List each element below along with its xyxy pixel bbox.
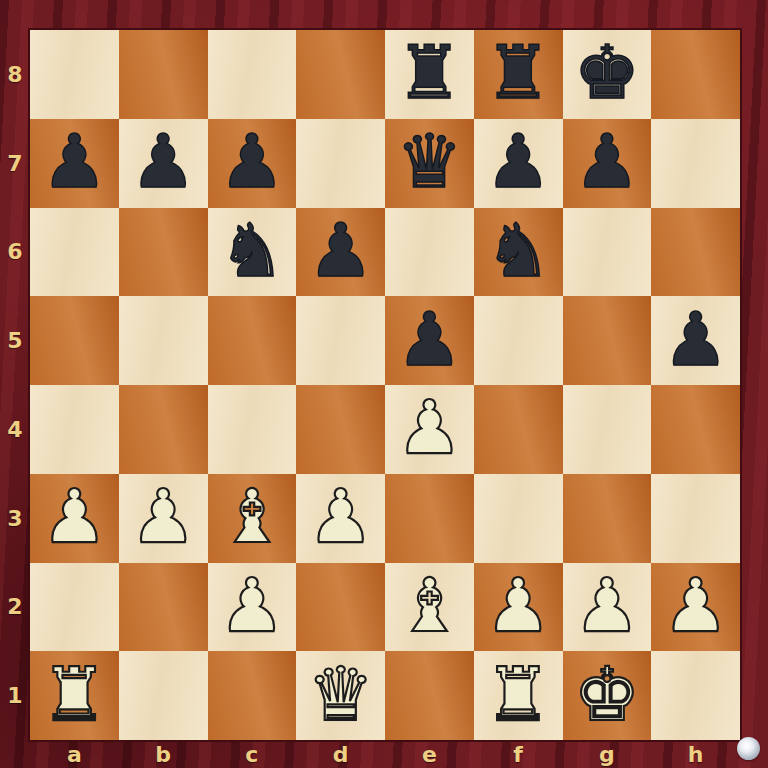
rank-label-1: 1 xyxy=(0,651,30,740)
square-c1[interactable] xyxy=(208,651,297,740)
square-f3[interactable] xyxy=(474,474,563,563)
black-pawn: ♟ xyxy=(307,213,373,287)
square-e8[interactable]: ♜ xyxy=(385,30,474,119)
square-d2[interactable] xyxy=(296,563,385,652)
rank-label-4: 4 xyxy=(0,385,30,474)
file-label-e: e xyxy=(385,740,474,768)
square-d5[interactable] xyxy=(296,296,385,385)
rank-label-3: 3 xyxy=(0,474,30,563)
square-f6[interactable]: ♞ xyxy=(474,208,563,297)
square-f7[interactable]: ♟ xyxy=(474,119,563,208)
square-g5[interactable] xyxy=(563,296,652,385)
file-label-b: b xyxy=(119,740,208,768)
white-to-move-indicator xyxy=(737,737,760,760)
square-d1[interactable]: ♛ xyxy=(296,651,385,740)
rank-label-8: 8 xyxy=(0,30,30,119)
square-h2[interactable]: ♟ xyxy=(651,563,740,652)
square-e7[interactable]: ♛ xyxy=(385,119,474,208)
white-pawn: ♟ xyxy=(485,568,551,642)
square-c7[interactable]: ♟ xyxy=(208,119,297,208)
square-g7[interactable]: ♟ xyxy=(563,119,652,208)
white-pawn: ♟ xyxy=(396,390,462,464)
square-h4[interactable] xyxy=(651,385,740,474)
rank-label-7: 7 xyxy=(0,119,30,208)
square-b7[interactable]: ♟ xyxy=(119,119,208,208)
square-f8[interactable]: ♜ xyxy=(474,30,563,119)
square-a6[interactable] xyxy=(30,208,119,297)
square-e2[interactable]: ♝ xyxy=(385,563,474,652)
square-b3[interactable]: ♟ xyxy=(119,474,208,563)
square-c8[interactable] xyxy=(208,30,297,119)
rank-label-6: 6 xyxy=(0,208,30,297)
square-b6[interactable] xyxy=(119,208,208,297)
white-pawn: ♟ xyxy=(574,568,640,642)
square-h7[interactable] xyxy=(651,119,740,208)
square-d4[interactable] xyxy=(296,385,385,474)
white-rook: ♜ xyxy=(485,657,551,731)
black-king: ♚ xyxy=(574,35,640,109)
black-pawn: ♟ xyxy=(574,124,640,198)
square-d3[interactable]: ♟ xyxy=(296,474,385,563)
rank-label-2: 2 xyxy=(0,563,30,652)
square-a5[interactable] xyxy=(30,296,119,385)
square-a2[interactable] xyxy=(30,563,119,652)
square-c4[interactable] xyxy=(208,385,297,474)
square-b2[interactable] xyxy=(119,563,208,652)
square-b1[interactable] xyxy=(119,651,208,740)
square-f5[interactable] xyxy=(474,296,563,385)
square-c3[interactable]: ♝ xyxy=(208,474,297,563)
square-a3[interactable]: ♟ xyxy=(30,474,119,563)
file-label-h: h xyxy=(651,740,740,768)
square-g8[interactable]: ♚ xyxy=(563,30,652,119)
square-e1[interactable] xyxy=(385,651,474,740)
square-e3[interactable] xyxy=(385,474,474,563)
square-c6[interactable]: ♞ xyxy=(208,208,297,297)
black-queen: ♛ xyxy=(396,124,462,198)
square-a8[interactable] xyxy=(30,30,119,119)
square-g6[interactable] xyxy=(563,208,652,297)
white-king: ♚ xyxy=(574,657,640,731)
file-labels: abcdefgh xyxy=(30,740,740,768)
square-d8[interactable] xyxy=(296,30,385,119)
black-knight: ♞ xyxy=(485,213,551,287)
rank-labels: 87654321 xyxy=(0,30,30,740)
white-pawn: ♟ xyxy=(219,568,285,642)
white-pawn: ♟ xyxy=(41,479,107,553)
white-bishop: ♝ xyxy=(219,479,285,553)
white-rook: ♜ xyxy=(41,657,107,731)
white-bishop: ♝ xyxy=(396,568,462,642)
square-h6[interactable] xyxy=(651,208,740,297)
square-g3[interactable] xyxy=(563,474,652,563)
white-queen: ♛ xyxy=(307,657,373,731)
square-h3[interactable] xyxy=(651,474,740,563)
black-pawn: ♟ xyxy=(130,124,196,198)
square-a7[interactable]: ♟ xyxy=(30,119,119,208)
file-label-f: f xyxy=(474,740,563,768)
black-knight: ♞ xyxy=(219,213,285,287)
chessboard-frame: 87654321 ♜♜♚♟♟♟♛♟♟♞♟♞♟♟♟♟♟♝♟♟♝♟♟♟♜♛♜♚ ab… xyxy=(0,0,768,768)
rank-label-5: 5 xyxy=(0,296,30,385)
square-b5[interactable] xyxy=(119,296,208,385)
square-c2[interactable]: ♟ xyxy=(208,563,297,652)
square-e6[interactable] xyxy=(385,208,474,297)
square-f2[interactable]: ♟ xyxy=(474,563,563,652)
file-label-c: c xyxy=(208,740,297,768)
square-h8[interactable] xyxy=(651,30,740,119)
square-e4[interactable]: ♟ xyxy=(385,385,474,474)
white-pawn: ♟ xyxy=(307,479,373,553)
square-a4[interactable] xyxy=(30,385,119,474)
file-label-d: d xyxy=(296,740,385,768)
white-pawn: ♟ xyxy=(662,568,728,642)
square-a1[interactable]: ♜ xyxy=(30,651,119,740)
square-g2[interactable]: ♟ xyxy=(563,563,652,652)
black-pawn: ♟ xyxy=(485,124,551,198)
black-pawn: ♟ xyxy=(662,302,728,376)
white-pawn: ♟ xyxy=(130,479,196,553)
square-h1[interactable] xyxy=(651,651,740,740)
square-e5[interactable]: ♟ xyxy=(385,296,474,385)
square-f1[interactable]: ♜ xyxy=(474,651,563,740)
square-f4[interactable] xyxy=(474,385,563,474)
square-c5[interactable] xyxy=(208,296,297,385)
square-d7[interactable] xyxy=(296,119,385,208)
square-b8[interactable] xyxy=(119,30,208,119)
file-label-a: a xyxy=(30,740,119,768)
square-d6[interactable]: ♟ xyxy=(296,208,385,297)
file-label-g: g xyxy=(563,740,652,768)
black-pawn: ♟ xyxy=(219,124,285,198)
black-pawn: ♟ xyxy=(396,302,462,376)
square-g4[interactable] xyxy=(563,385,652,474)
chessboard: ♜♜♚♟♟♟♛♟♟♞♟♞♟♟♟♟♟♝♟♟♝♟♟♟♜♛♜♚ xyxy=(30,30,740,740)
square-b4[interactable] xyxy=(119,385,208,474)
square-g1[interactable]: ♚ xyxy=(563,651,652,740)
black-rook: ♜ xyxy=(396,35,462,109)
square-h5[interactable]: ♟ xyxy=(651,296,740,385)
black-rook: ♜ xyxy=(485,35,551,109)
black-pawn: ♟ xyxy=(41,124,107,198)
